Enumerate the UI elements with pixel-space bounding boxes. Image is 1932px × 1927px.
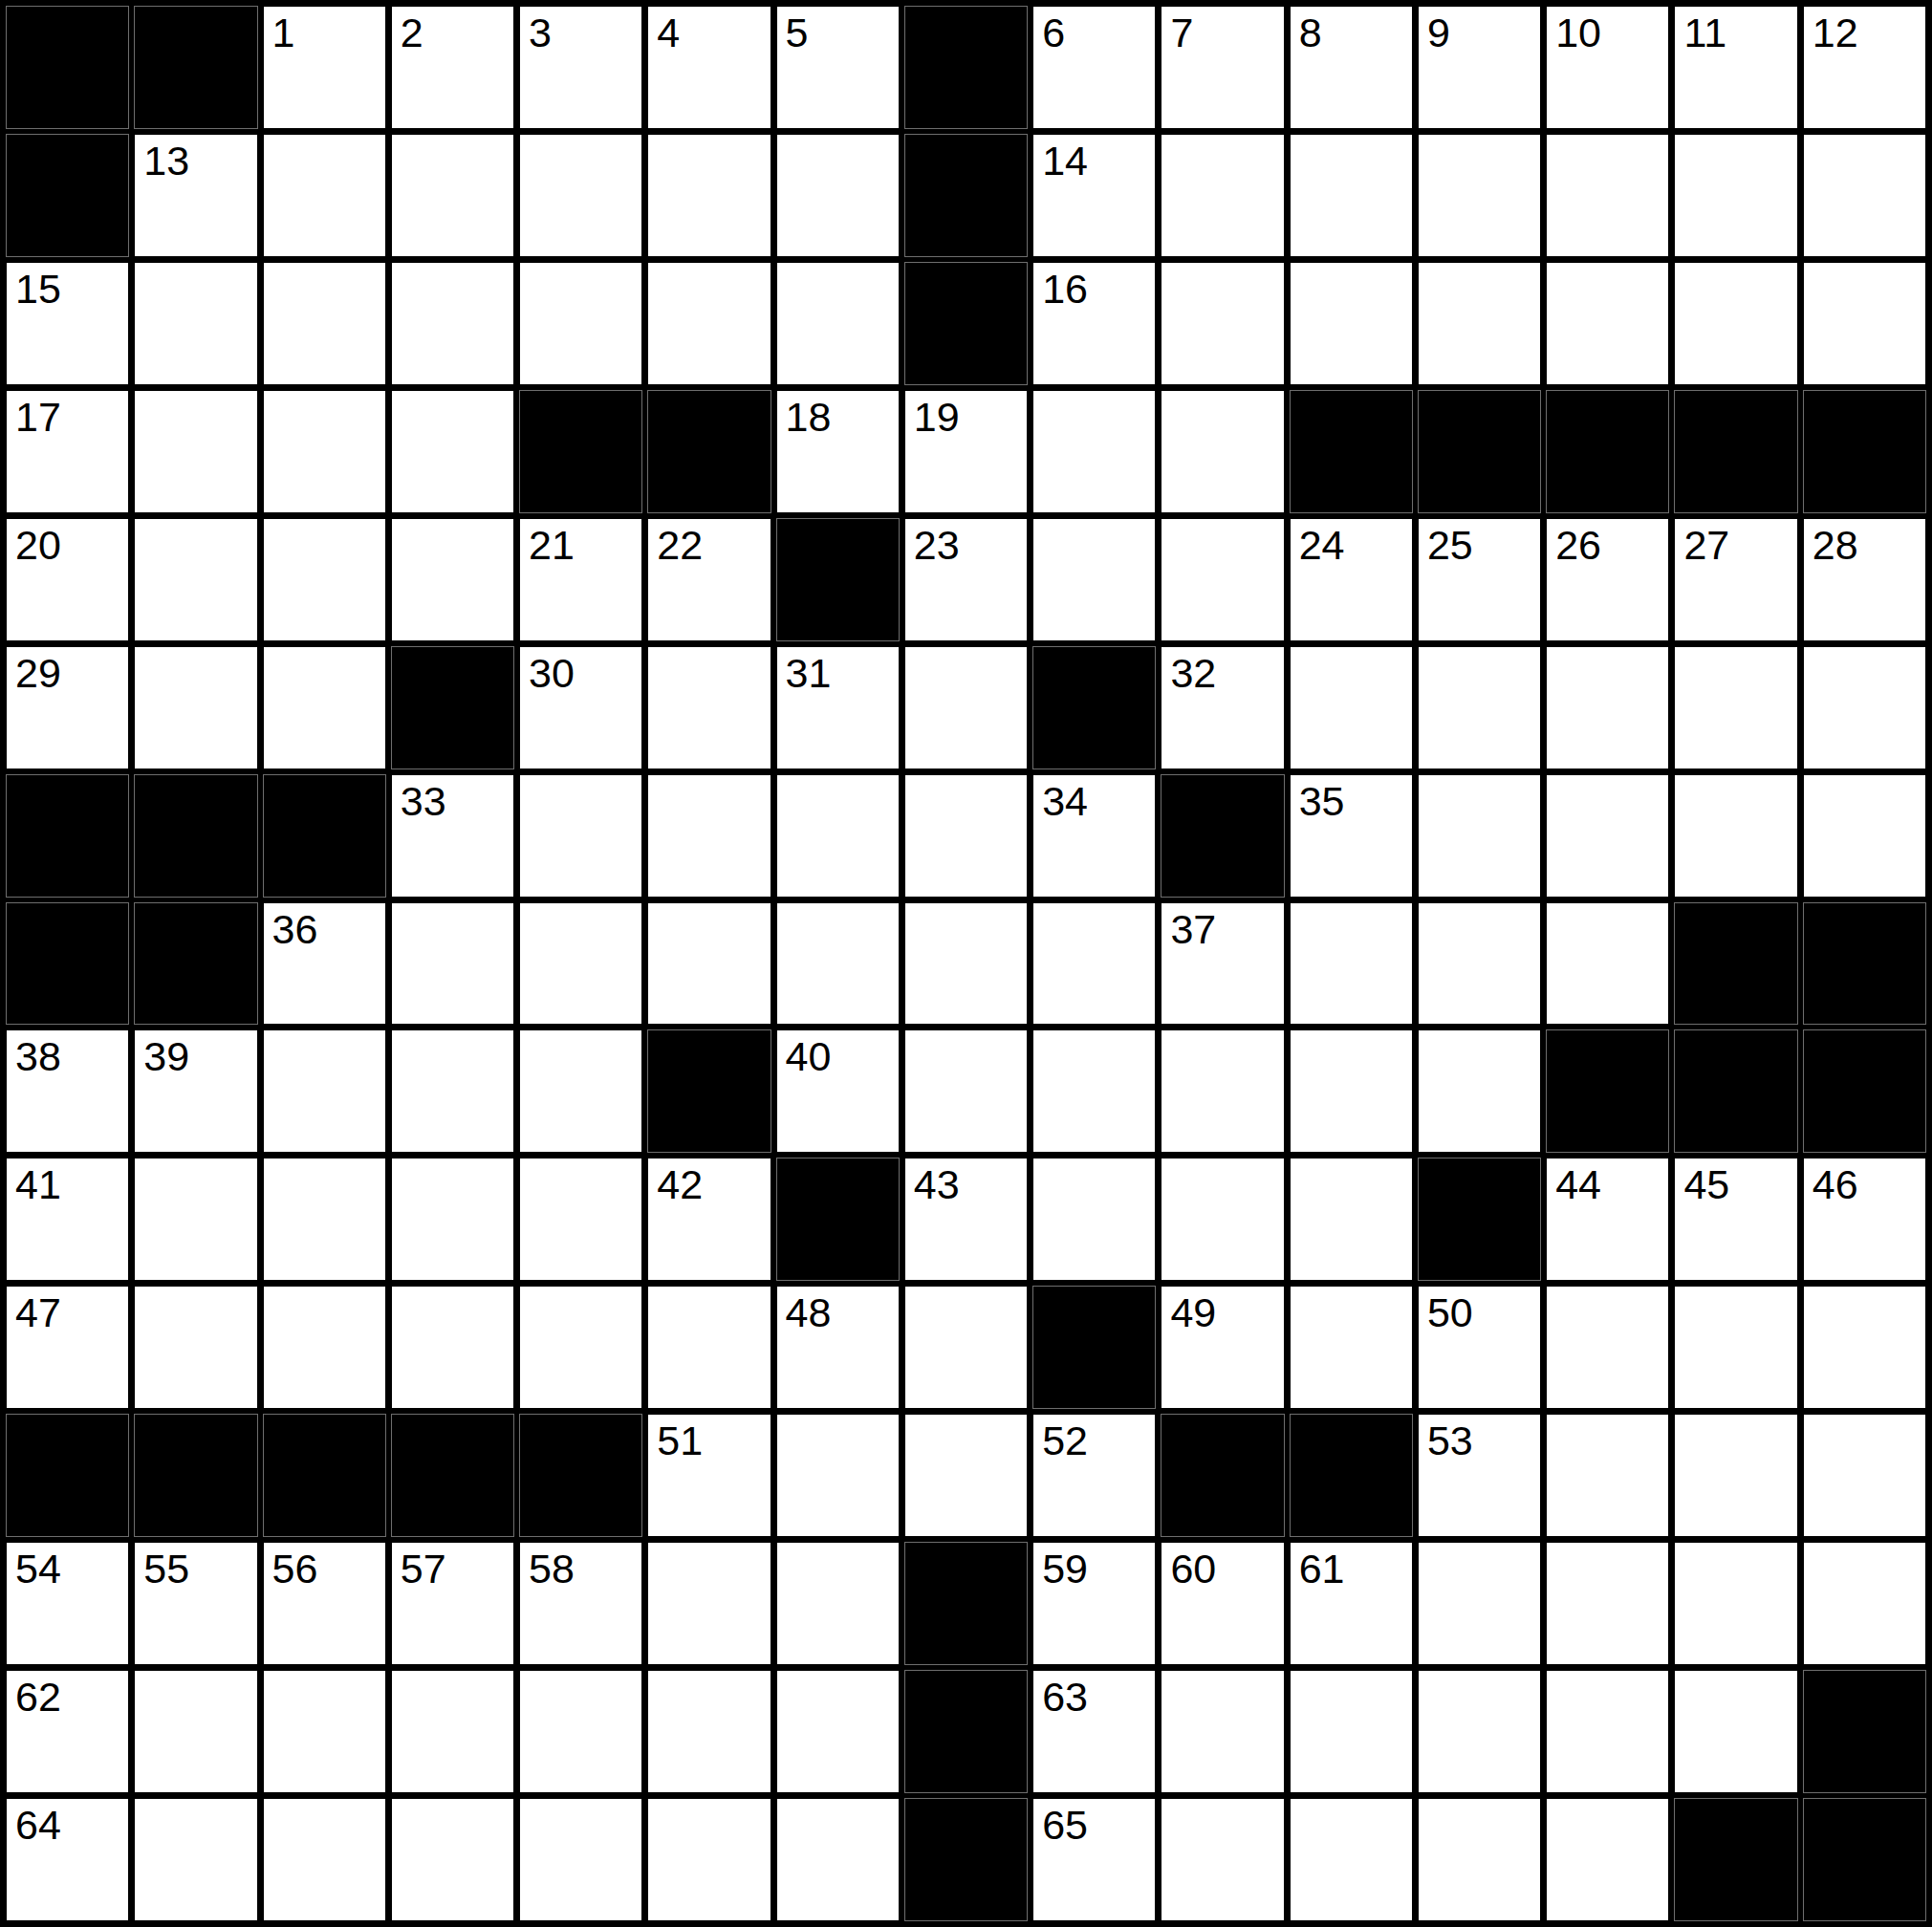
cell-r3c6[interactable] bbox=[648, 263, 770, 384]
cell-r8c9[interactable] bbox=[1033, 903, 1155, 1025]
clue-number: 34 bbox=[1042, 780, 1088, 823]
clue-number: 45 bbox=[1683, 1163, 1729, 1206]
cell-r8c8[interactable] bbox=[905, 903, 1027, 1025]
cell-r2c15[interactable] bbox=[1804, 135, 1925, 256]
cell-r5c14[interactable]: 27 bbox=[1675, 519, 1796, 640]
cell-r5c5[interactable]: 21 bbox=[520, 519, 641, 640]
clue-number: 56 bbox=[272, 1548, 318, 1591]
cell-r15c5[interactable] bbox=[520, 1799, 641, 1920]
black-cell-r4c14 bbox=[1675, 391, 1796, 512]
clue-number: 12 bbox=[1813, 11, 1858, 54]
cell-r13c11[interactable]: 61 bbox=[1291, 1543, 1412, 1664]
cell-r8c6[interactable] bbox=[648, 903, 770, 1025]
black-cell-r10c7 bbox=[777, 1158, 899, 1280]
cell-r10c4[interactable] bbox=[392, 1158, 513, 1280]
cell-r3c7[interactable] bbox=[777, 263, 899, 384]
cell-r9c11[interactable] bbox=[1291, 1030, 1412, 1152]
cell-r2c12[interactable] bbox=[1419, 135, 1540, 256]
cell-r6c8[interactable] bbox=[905, 647, 1027, 769]
cell-r12c12[interactable]: 53 bbox=[1419, 1415, 1540, 1536]
clue-number: 57 bbox=[401, 1548, 446, 1591]
cell-r9c4[interactable] bbox=[392, 1030, 513, 1152]
cell-r7c9[interactable]: 34 bbox=[1033, 775, 1155, 897]
cell-r6c3[interactable] bbox=[264, 647, 385, 769]
black-cell-r12c10 bbox=[1161, 1415, 1283, 1536]
cell-r7c14[interactable] bbox=[1675, 775, 1796, 897]
cell-r15c13[interactable] bbox=[1547, 1799, 1668, 1920]
black-cell-r4c11 bbox=[1291, 391, 1412, 512]
clue-number: 4 bbox=[657, 11, 680, 54]
cell-r11c2[interactable] bbox=[135, 1287, 256, 1408]
cell-r5c12[interactable]: 25 bbox=[1419, 519, 1540, 640]
cell-r12c7[interactable] bbox=[777, 1415, 899, 1536]
clue-number: 20 bbox=[15, 524, 61, 567]
cell-r14c12[interactable] bbox=[1419, 1671, 1540, 1792]
cell-r3c4[interactable] bbox=[392, 263, 513, 384]
cell-r10c10[interactable] bbox=[1161, 1158, 1283, 1280]
cell-r10c15[interactable]: 46 bbox=[1804, 1158, 1925, 1280]
clue-number: 48 bbox=[786, 1291, 832, 1334]
cell-r14c4[interactable] bbox=[392, 1671, 513, 1792]
cell-r9c7[interactable]: 40 bbox=[777, 1030, 899, 1152]
black-cell-r6c4 bbox=[392, 647, 513, 769]
cell-r7c7[interactable] bbox=[777, 775, 899, 897]
clue-number: 47 bbox=[15, 1291, 61, 1334]
cell-r13c15[interactable] bbox=[1804, 1543, 1925, 1664]
clue-number: 37 bbox=[1170, 908, 1216, 951]
cell-r5c6[interactable]: 22 bbox=[648, 519, 770, 640]
clue-number: 59 bbox=[1042, 1548, 1088, 1591]
cell-r8c3[interactable]: 36 bbox=[264, 903, 385, 1025]
black-cell-r8c14 bbox=[1675, 903, 1796, 1025]
crossword-grid: 1234567891011121314151617181920212223242… bbox=[0, 0, 1932, 1927]
cell-r10c14[interactable]: 45 bbox=[1675, 1158, 1796, 1280]
cell-r2c2[interactable]: 13 bbox=[135, 135, 256, 256]
black-cell-r8c2 bbox=[135, 903, 256, 1025]
cell-r15c9[interactable]: 65 bbox=[1033, 1799, 1155, 1920]
cell-r11c11[interactable] bbox=[1291, 1287, 1412, 1408]
cell-r3c13[interactable] bbox=[1547, 263, 1668, 384]
cell-r11c7[interactable]: 48 bbox=[777, 1287, 899, 1408]
cell-r1c15[interactable]: 12 bbox=[1804, 7, 1925, 128]
cell-r9c5[interactable] bbox=[520, 1030, 641, 1152]
cell-r15c2[interactable] bbox=[135, 1799, 256, 1920]
black-cell-r8c15 bbox=[1804, 903, 1925, 1025]
cell-r1c13[interactable]: 10 bbox=[1547, 7, 1668, 128]
cell-r14c1[interactable]: 62 bbox=[7, 1671, 128, 1792]
cell-r4c7[interactable]: 18 bbox=[777, 391, 899, 512]
cell-r8c11[interactable] bbox=[1291, 903, 1412, 1025]
black-cell-r15c15 bbox=[1804, 1799, 1925, 1920]
black-cell-r12c4 bbox=[392, 1415, 513, 1536]
cell-r10c5[interactable] bbox=[520, 1158, 641, 1280]
clue-number: 51 bbox=[657, 1419, 703, 1462]
cell-r1c10[interactable]: 7 bbox=[1161, 7, 1283, 128]
cell-r6c14[interactable] bbox=[1675, 647, 1796, 769]
cell-r8c7[interactable] bbox=[777, 903, 899, 1025]
cell-r10c1[interactable]: 41 bbox=[7, 1158, 128, 1280]
clue-number: 42 bbox=[657, 1163, 703, 1206]
cell-r10c6[interactable]: 42 bbox=[648, 1158, 770, 1280]
cell-r3c5[interactable] bbox=[520, 263, 641, 384]
cell-r1c7[interactable]: 5 bbox=[777, 7, 899, 128]
cell-r6c6[interactable] bbox=[648, 647, 770, 769]
cell-r4c3[interactable] bbox=[264, 391, 385, 512]
clue-number: 55 bbox=[143, 1548, 189, 1591]
clue-number: 39 bbox=[143, 1035, 189, 1078]
cell-r2c14[interactable] bbox=[1675, 135, 1796, 256]
black-cell-r9c14 bbox=[1675, 1030, 1796, 1152]
black-cell-r12c5 bbox=[520, 1415, 641, 1536]
black-cell-r2c8 bbox=[905, 135, 1027, 256]
cell-r11c13[interactable] bbox=[1547, 1287, 1668, 1408]
cell-r4c2[interactable] bbox=[135, 391, 256, 512]
cell-r1c11[interactable]: 8 bbox=[1291, 7, 1412, 128]
clue-number: 8 bbox=[1299, 11, 1322, 54]
cell-r3c12[interactable] bbox=[1419, 263, 1540, 384]
clue-number: 2 bbox=[401, 11, 423, 54]
clue-number: 32 bbox=[1170, 652, 1216, 695]
cell-r9c8[interactable] bbox=[905, 1030, 1027, 1152]
cell-r13c7[interactable] bbox=[777, 1543, 899, 1664]
clue-number: 33 bbox=[401, 780, 446, 823]
cell-r5c3[interactable] bbox=[264, 519, 385, 640]
cell-r13c4[interactable]: 57 bbox=[392, 1543, 513, 1664]
cell-r11c3[interactable] bbox=[264, 1287, 385, 1408]
cell-r13c2[interactable]: 55 bbox=[135, 1543, 256, 1664]
clue-number: 9 bbox=[1427, 11, 1450, 54]
cell-r6c5[interactable]: 30 bbox=[520, 647, 641, 769]
clue-number: 25 bbox=[1427, 524, 1473, 567]
cell-r15c10[interactable] bbox=[1161, 1799, 1283, 1920]
cell-r10c9[interactable] bbox=[1033, 1158, 1155, 1280]
cell-r6c15[interactable] bbox=[1804, 647, 1925, 769]
cell-r14c13[interactable] bbox=[1547, 1671, 1668, 1792]
black-cell-r9c6 bbox=[648, 1030, 770, 1152]
clue-number: 29 bbox=[15, 652, 61, 695]
clue-number: 30 bbox=[529, 652, 575, 695]
cell-r12c8[interactable] bbox=[905, 1415, 1027, 1536]
clue-number: 3 bbox=[529, 11, 552, 54]
black-cell-r15c8 bbox=[905, 1799, 1027, 1920]
cell-r14c5[interactable] bbox=[520, 1671, 641, 1792]
clue-number: 28 bbox=[1813, 524, 1858, 567]
clue-number: 60 bbox=[1170, 1548, 1216, 1591]
clue-number: 23 bbox=[914, 524, 960, 567]
cell-r1c14[interactable]: 11 bbox=[1675, 7, 1796, 128]
cell-r1c6[interactable]: 4 bbox=[648, 7, 770, 128]
black-cell-r4c5 bbox=[520, 391, 641, 512]
black-cell-r14c15 bbox=[1804, 1671, 1925, 1792]
clue-number: 10 bbox=[1555, 11, 1601, 54]
clue-number: 53 bbox=[1427, 1419, 1473, 1462]
black-cell-r12c1 bbox=[7, 1415, 128, 1536]
cell-r13c14[interactable] bbox=[1675, 1543, 1796, 1664]
clue-number: 54 bbox=[15, 1548, 61, 1591]
cell-r3c3[interactable] bbox=[264, 263, 385, 384]
black-cell-r11c9 bbox=[1033, 1287, 1155, 1408]
cell-r5c8[interactable]: 23 bbox=[905, 519, 1027, 640]
black-cell-r4c12 bbox=[1419, 391, 1540, 512]
cell-r3c1[interactable]: 15 bbox=[7, 263, 128, 384]
cell-r7c4[interactable]: 33 bbox=[392, 775, 513, 897]
black-cell-r12c2 bbox=[135, 1415, 256, 1536]
black-cell-r1c2 bbox=[135, 7, 256, 128]
cell-r3c14[interactable] bbox=[1675, 263, 1796, 384]
cell-r13c12[interactable] bbox=[1419, 1543, 1540, 1664]
cell-r6c13[interactable] bbox=[1547, 647, 1668, 769]
cell-r11c1[interactable]: 47 bbox=[7, 1287, 128, 1408]
cell-r3c10[interactable] bbox=[1161, 263, 1283, 384]
cell-r8c5[interactable] bbox=[520, 903, 641, 1025]
clue-number: 58 bbox=[529, 1548, 575, 1591]
cell-r15c7[interactable] bbox=[777, 1799, 899, 1920]
cell-r11c4[interactable] bbox=[392, 1287, 513, 1408]
cell-r1c5[interactable]: 3 bbox=[520, 7, 641, 128]
cell-r7c6[interactable] bbox=[648, 775, 770, 897]
black-cell-r8c1 bbox=[7, 903, 128, 1025]
cell-r5c4[interactable] bbox=[392, 519, 513, 640]
cell-r5c11[interactable]: 24 bbox=[1291, 519, 1412, 640]
cell-r14c3[interactable] bbox=[264, 1671, 385, 1792]
cell-r13c6[interactable] bbox=[648, 1543, 770, 1664]
clue-number: 21 bbox=[529, 524, 575, 567]
cell-r2c3[interactable] bbox=[264, 135, 385, 256]
cell-r1c12[interactable]: 9 bbox=[1419, 7, 1540, 128]
cell-r8c4[interactable] bbox=[392, 903, 513, 1025]
cell-r5c9[interactable] bbox=[1033, 519, 1155, 640]
clue-number: 50 bbox=[1427, 1291, 1473, 1334]
cell-r7c5[interactable] bbox=[520, 775, 641, 897]
cell-r5c13[interactable]: 26 bbox=[1547, 519, 1668, 640]
cell-r3c9[interactable]: 16 bbox=[1033, 263, 1155, 384]
cell-r13c5[interactable]: 58 bbox=[520, 1543, 641, 1664]
clue-number: 24 bbox=[1299, 524, 1345, 567]
black-cell-r7c3 bbox=[264, 775, 385, 897]
cell-r14c6[interactable] bbox=[648, 1671, 770, 1792]
cell-r1c4[interactable]: 2 bbox=[392, 7, 513, 128]
clue-number: 18 bbox=[786, 396, 832, 439]
black-cell-r12c3 bbox=[264, 1415, 385, 1536]
cell-r5c2[interactable] bbox=[135, 519, 256, 640]
cell-r7c13[interactable] bbox=[1547, 775, 1668, 897]
black-cell-r9c13 bbox=[1547, 1030, 1668, 1152]
black-cell-r4c13 bbox=[1547, 391, 1668, 512]
cell-r7c12[interactable] bbox=[1419, 775, 1540, 897]
clue-number: 41 bbox=[15, 1163, 61, 1206]
cell-r2c6[interactable] bbox=[648, 135, 770, 256]
clue-number: 14 bbox=[1042, 140, 1088, 183]
cell-r9c3[interactable] bbox=[264, 1030, 385, 1152]
cell-r15c3[interactable] bbox=[264, 1799, 385, 1920]
black-cell-r9c15 bbox=[1804, 1030, 1925, 1152]
clue-number: 26 bbox=[1555, 524, 1601, 567]
cell-r9c2[interactable]: 39 bbox=[135, 1030, 256, 1152]
cell-r15c6[interactable] bbox=[648, 1799, 770, 1920]
cell-r10c3[interactable] bbox=[264, 1158, 385, 1280]
black-cell-r15c14 bbox=[1675, 1799, 1796, 1920]
cell-r15c1[interactable]: 64 bbox=[7, 1799, 128, 1920]
cell-r8c12[interactable] bbox=[1419, 903, 1540, 1025]
cell-r10c8[interactable]: 43 bbox=[905, 1158, 1027, 1280]
cell-r1c9[interactable]: 6 bbox=[1033, 7, 1155, 128]
cell-r11c14[interactable] bbox=[1675, 1287, 1796, 1408]
clue-number: 40 bbox=[786, 1035, 832, 1078]
black-cell-r1c8 bbox=[905, 7, 1027, 128]
cell-r9c10[interactable] bbox=[1161, 1030, 1283, 1152]
cell-r2c4[interactable] bbox=[392, 135, 513, 256]
clue-number: 15 bbox=[15, 268, 61, 311]
cell-r3c11[interactable] bbox=[1291, 263, 1412, 384]
clue-number: 61 bbox=[1299, 1548, 1345, 1591]
cell-r10c2[interactable] bbox=[135, 1158, 256, 1280]
cell-r14c2[interactable] bbox=[135, 1671, 256, 1792]
cell-r11c5[interactable] bbox=[520, 1287, 641, 1408]
clue-number: 65 bbox=[1042, 1804, 1088, 1847]
clue-number: 63 bbox=[1042, 1676, 1088, 1719]
black-cell-r6c9 bbox=[1033, 647, 1155, 769]
black-cell-r3c8 bbox=[905, 263, 1027, 384]
cell-r7c15[interactable] bbox=[1804, 775, 1925, 897]
cell-r2c13[interactable] bbox=[1547, 135, 1668, 256]
black-cell-r13c8 bbox=[905, 1543, 1027, 1664]
cell-r14c10[interactable] bbox=[1161, 1671, 1283, 1792]
clue-number: 49 bbox=[1170, 1291, 1216, 1334]
clue-number: 36 bbox=[272, 908, 318, 951]
cell-r13c9[interactable]: 59 bbox=[1033, 1543, 1155, 1664]
clue-number: 7 bbox=[1170, 11, 1193, 54]
cell-r6c11[interactable] bbox=[1291, 647, 1412, 769]
cell-r13c3[interactable]: 56 bbox=[264, 1543, 385, 1664]
cell-r4c8[interactable]: 19 bbox=[905, 391, 1027, 512]
cell-r8c10[interactable]: 37 bbox=[1161, 903, 1283, 1025]
cell-r4c9[interactable] bbox=[1033, 391, 1155, 512]
cell-r14c14[interactable] bbox=[1675, 1671, 1796, 1792]
clue-number: 38 bbox=[15, 1035, 61, 1078]
cell-r3c15[interactable] bbox=[1804, 263, 1925, 384]
cell-r13c13[interactable] bbox=[1547, 1543, 1668, 1664]
cell-r2c11[interactable] bbox=[1291, 135, 1412, 256]
cell-r6c12[interactable] bbox=[1419, 647, 1540, 769]
clue-number: 27 bbox=[1683, 524, 1729, 567]
cell-r2c10[interactable] bbox=[1161, 135, 1283, 256]
cell-r12c9[interactable]: 52 bbox=[1033, 1415, 1155, 1536]
cell-r14c7[interactable] bbox=[777, 1671, 899, 1792]
black-cell-r4c15 bbox=[1804, 391, 1925, 512]
black-cell-r7c2 bbox=[135, 775, 256, 897]
clue-number: 1 bbox=[272, 11, 295, 54]
cell-r6c2[interactable] bbox=[135, 647, 256, 769]
clue-number: 11 bbox=[1683, 11, 1726, 54]
clue-number: 44 bbox=[1555, 1163, 1601, 1206]
cell-r13c10[interactable]: 60 bbox=[1161, 1543, 1283, 1664]
cell-r12c6[interactable]: 51 bbox=[648, 1415, 770, 1536]
clue-number: 52 bbox=[1042, 1419, 1088, 1462]
cell-r6c7[interactable]: 31 bbox=[777, 647, 899, 769]
clue-number: 35 bbox=[1299, 780, 1345, 823]
clue-number: 6 bbox=[1042, 11, 1065, 54]
clue-number: 19 bbox=[914, 396, 960, 439]
clue-number: 46 bbox=[1813, 1163, 1858, 1206]
black-cell-r7c1 bbox=[7, 775, 128, 897]
cell-r15c11[interactable] bbox=[1291, 1799, 1412, 1920]
black-cell-r14c8 bbox=[905, 1671, 1027, 1792]
cell-r12c13[interactable] bbox=[1547, 1415, 1668, 1536]
cell-r8c13[interactable] bbox=[1547, 903, 1668, 1025]
clue-number: 64 bbox=[15, 1804, 61, 1847]
cell-r9c12[interactable] bbox=[1419, 1030, 1540, 1152]
cell-r5c15[interactable]: 28 bbox=[1804, 519, 1925, 640]
cell-r14c9[interactable]: 63 bbox=[1033, 1671, 1155, 1792]
clue-number: 16 bbox=[1042, 268, 1088, 311]
cell-r15c4[interactable] bbox=[392, 1799, 513, 1920]
cell-r9c1[interactable]: 38 bbox=[7, 1030, 128, 1152]
cell-r10c13[interactable]: 44 bbox=[1547, 1158, 1668, 1280]
cell-r11c10[interactable]: 49 bbox=[1161, 1287, 1283, 1408]
cell-r9c9[interactable] bbox=[1033, 1030, 1155, 1152]
clue-number: 43 bbox=[914, 1163, 960, 1206]
clue-number: 13 bbox=[143, 140, 189, 183]
cell-r1c3[interactable]: 1 bbox=[264, 7, 385, 128]
cell-r5c10[interactable] bbox=[1161, 519, 1283, 640]
cell-r14c11[interactable] bbox=[1291, 1671, 1412, 1792]
clue-number: 62 bbox=[15, 1676, 61, 1719]
cell-r11c6[interactable] bbox=[648, 1287, 770, 1408]
clue-number: 31 bbox=[786, 652, 832, 695]
cell-r3c2[interactable] bbox=[135, 263, 256, 384]
cell-r13c1[interactable]: 54 bbox=[7, 1543, 128, 1664]
cell-r2c7[interactable] bbox=[777, 135, 899, 256]
cell-r4c4[interactable] bbox=[392, 391, 513, 512]
clue-number: 22 bbox=[657, 524, 703, 567]
cell-r6c1[interactable]: 29 bbox=[7, 647, 128, 769]
cell-r2c5[interactable] bbox=[520, 135, 641, 256]
cell-r10c11[interactable] bbox=[1291, 1158, 1412, 1280]
cell-r11c12[interactable]: 50 bbox=[1419, 1287, 1540, 1408]
black-cell-r7c10 bbox=[1161, 775, 1283, 897]
cell-r12c14[interactable] bbox=[1675, 1415, 1796, 1536]
cell-r7c11[interactable]: 35 bbox=[1291, 775, 1412, 897]
cell-r4c1[interactable]: 17 bbox=[7, 391, 128, 512]
cell-r5c1[interactable]: 20 bbox=[7, 519, 128, 640]
black-cell-r5c7 bbox=[777, 519, 899, 640]
black-cell-r4c6 bbox=[648, 391, 770, 512]
cell-r2c9[interactable]: 14 bbox=[1033, 135, 1155, 256]
clue-number: 17 bbox=[15, 396, 61, 439]
cell-r12c15[interactable] bbox=[1804, 1415, 1925, 1536]
cell-r15c12[interactable] bbox=[1419, 1799, 1540, 1920]
cell-r4c10[interactable] bbox=[1161, 391, 1283, 512]
black-cell-r2c1 bbox=[7, 135, 128, 256]
black-cell-r10c12 bbox=[1419, 1158, 1540, 1280]
cell-r11c15[interactable] bbox=[1804, 1287, 1925, 1408]
cell-r7c8[interactable] bbox=[905, 775, 1027, 897]
black-cell-r1c1 bbox=[7, 7, 128, 128]
clue-number: 5 bbox=[786, 11, 809, 54]
cell-r6c10[interactable]: 32 bbox=[1161, 647, 1283, 769]
black-cell-r12c11 bbox=[1291, 1415, 1412, 1536]
cell-r11c8[interactable] bbox=[905, 1287, 1027, 1408]
